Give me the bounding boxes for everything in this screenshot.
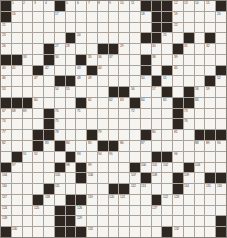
white-cell[interactable]: 70	[55, 109, 65, 119]
white-cell[interactable]: 102	[162, 163, 172, 173]
white-cell[interactable]	[141, 119, 151, 129]
white-cell[interactable]	[141, 195, 151, 205]
white-cell[interactable]	[33, 55, 43, 65]
white-cell[interactable]	[23, 173, 33, 183]
white-cell[interactable]	[119, 12, 129, 22]
white-cell[interactable]	[173, 216, 183, 226]
white-cell[interactable]: 66	[195, 98, 205, 108]
white-cell[interactable]	[130, 195, 140, 205]
white-cell[interactable]	[66, 23, 76, 33]
white-cell[interactable]	[98, 119, 108, 129]
white-cell[interactable]	[195, 195, 205, 205]
white-cell[interactable]	[33, 87, 43, 97]
white-cell[interactable]	[162, 109, 172, 119]
white-cell[interactable]: 25	[162, 33, 172, 43]
white-cell[interactable]: 113	[141, 184, 151, 194]
white-cell[interactable]	[109, 206, 119, 216]
white-cell[interactable]: 6	[76, 1, 86, 11]
white-cell[interactable]: 86	[119, 141, 129, 151]
white-cell[interactable]: 96	[173, 152, 183, 162]
white-cell[interactable]: 116	[216, 184, 226, 194]
white-cell[interactable]	[23, 119, 33, 129]
white-cell[interactable]	[12, 119, 22, 129]
white-cell[interactable]	[109, 173, 119, 183]
white-cell[interactable]	[205, 206, 215, 216]
white-cell[interactable]: 92	[33, 152, 43, 162]
white-cell[interactable]	[119, 152, 129, 162]
white-cell[interactable]: 77	[1, 130, 11, 140]
white-cell[interactable]	[12, 141, 22, 151]
white-cell[interactable]: 3	[33, 1, 43, 11]
white-cell[interactable]	[76, 23, 86, 33]
white-cell[interactable]: 111	[55, 184, 65, 194]
white-cell[interactable]: 84	[66, 141, 76, 151]
white-cell[interactable]	[173, 163, 183, 173]
white-cell[interactable]: 90	[216, 141, 226, 151]
white-cell[interactable]: 87	[141, 141, 151, 151]
white-cell[interactable]	[44, 76, 54, 86]
white-cell[interactable]: 39	[173, 55, 183, 65]
white-cell[interactable]	[76, 130, 86, 140]
white-cell[interactable]	[98, 227, 108, 237]
white-cell[interactable]: 124	[1, 206, 11, 216]
white-cell[interactable]: 131	[87, 227, 97, 237]
white-cell[interactable]	[12, 33, 22, 43]
white-cell[interactable]: 14	[195, 1, 205, 11]
white-cell[interactable]: 2	[23, 1, 33, 11]
white-cell[interactable]	[33, 109, 43, 119]
white-cell[interactable]: 57	[152, 87, 162, 97]
white-cell[interactable]	[184, 130, 194, 140]
white-cell[interactable]: 98	[66, 163, 76, 173]
white-cell[interactable]: 93	[76, 152, 86, 162]
white-cell[interactable]	[141, 227, 151, 237]
white-cell[interactable]: 85	[87, 141, 97, 151]
white-cell[interactable]	[109, 227, 119, 237]
white-cell[interactable]	[109, 130, 119, 140]
white-cell[interactable]	[12, 23, 22, 33]
white-cell[interactable]: 88	[195, 141, 205, 151]
white-cell[interactable]	[184, 152, 194, 162]
white-cell[interactable]	[23, 33, 33, 43]
white-cell[interactable]: 21	[1, 23, 11, 33]
white-cell[interactable]: 55	[66, 87, 76, 97]
white-cell[interactable]	[152, 119, 162, 129]
white-cell[interactable]	[66, 98, 76, 108]
white-cell[interactable]	[1, 152, 11, 162]
white-cell[interactable]: 52	[216, 76, 226, 86]
white-cell[interactable]	[195, 152, 205, 162]
white-cell[interactable]	[33, 184, 43, 194]
white-cell[interactable]	[55, 66, 65, 76]
white-cell[interactable]	[130, 33, 140, 43]
white-cell[interactable]: 101	[152, 163, 162, 173]
white-cell[interactable]: 50	[141, 76, 151, 86]
white-cell[interactable]	[23, 87, 33, 97]
white-cell[interactable]	[184, 206, 194, 216]
white-cell[interactable]	[98, 109, 108, 119]
white-cell[interactable]	[173, 87, 183, 97]
white-cell[interactable]	[98, 206, 108, 216]
white-cell[interactable]	[141, 206, 151, 216]
white-cell[interactable]	[195, 109, 205, 119]
white-cell[interactable]	[162, 55, 172, 65]
white-cell[interactable]: 18	[141, 12, 151, 22]
white-cell[interactable]	[44, 206, 54, 216]
white-cell[interactable]	[98, 76, 108, 86]
white-cell[interactable]: 99	[87, 163, 97, 173]
white-cell[interactable]	[205, 12, 215, 22]
white-cell[interactable]	[76, 87, 86, 97]
white-cell[interactable]	[55, 98, 65, 108]
white-cell[interactable]: 68	[12, 109, 22, 119]
white-cell[interactable]	[12, 216, 22, 226]
white-cell[interactable]	[205, 55, 215, 65]
white-cell[interactable]: 67	[1, 109, 11, 119]
white-cell[interactable]	[87, 152, 97, 162]
white-cell[interactable]	[12, 87, 22, 97]
white-cell[interactable]: 12	[173, 1, 183, 11]
white-cell[interactable]: 29	[119, 44, 129, 54]
white-cell[interactable]	[33, 12, 43, 22]
white-cell[interactable]	[109, 119, 119, 129]
white-cell[interactable]	[12, 206, 22, 216]
white-cell[interactable]	[141, 109, 151, 119]
white-cell[interactable]	[130, 66, 140, 76]
white-cell[interactable]	[205, 163, 215, 173]
white-cell[interactable]: 36	[98, 55, 108, 65]
white-cell[interactable]	[119, 206, 129, 216]
white-cell[interactable]: 91	[23, 152, 33, 162]
white-cell[interactable]	[66, 109, 76, 119]
white-cell[interactable]	[98, 163, 108, 173]
white-cell[interactable]	[87, 12, 97, 22]
white-cell[interactable]	[23, 141, 33, 151]
white-cell[interactable]	[33, 216, 43, 226]
white-cell[interactable]	[195, 33, 205, 43]
white-cell[interactable]: 54	[55, 87, 65, 97]
white-cell[interactable]: 42	[44, 66, 54, 76]
white-cell[interactable]: 114	[184, 184, 194, 194]
white-cell[interactable]: 79	[98, 130, 108, 140]
white-cell[interactable]	[55, 152, 65, 162]
white-cell[interactable]: 56	[130, 87, 140, 97]
white-cell[interactable]: 35	[87, 55, 97, 65]
white-cell[interactable]: 95	[109, 152, 119, 162]
white-cell[interactable]: 27	[55, 44, 65, 54]
white-cell[interactable]	[195, 55, 205, 65]
white-cell[interactable]	[205, 119, 215, 129]
white-cell[interactable]	[205, 23, 215, 33]
white-cell[interactable]	[33, 119, 43, 129]
white-cell[interactable]	[184, 66, 194, 76]
white-cell[interactable]	[109, 12, 119, 22]
white-cell[interactable]: 76	[184, 119, 194, 129]
white-cell[interactable]	[55, 195, 65, 205]
white-cell[interactable]: 40	[1, 66, 11, 76]
white-cell[interactable]	[66, 12, 76, 22]
white-cell[interactable]: 37	[109, 55, 119, 65]
white-cell[interactable]	[216, 98, 226, 108]
white-cell[interactable]	[162, 44, 172, 54]
white-cell[interactable]	[44, 152, 54, 162]
white-cell[interactable]	[141, 23, 151, 33]
white-cell[interactable]: 63	[119, 98, 129, 108]
white-cell[interactable]: 58	[195, 87, 205, 97]
white-cell[interactable]	[130, 216, 140, 226]
white-cell[interactable]	[195, 23, 205, 33]
white-cell[interactable]: 106	[87, 173, 97, 183]
white-cell[interactable]	[162, 173, 172, 183]
white-cell[interactable]	[184, 76, 194, 86]
white-cell[interactable]	[162, 130, 172, 140]
white-cell[interactable]	[87, 119, 97, 129]
white-cell[interactable]	[173, 141, 183, 151]
white-cell[interactable]: 44	[98, 66, 108, 76]
white-cell[interactable]: 30	[152, 44, 162, 54]
white-cell[interactable]	[87, 184, 97, 194]
white-cell[interactable]	[216, 33, 226, 43]
white-cell[interactable]: 51	[162, 76, 172, 86]
white-cell[interactable]	[130, 141, 140, 151]
white-cell[interactable]	[195, 76, 205, 86]
white-cell[interactable]	[119, 163, 129, 173]
white-cell[interactable]: 103	[195, 163, 205, 173]
white-cell[interactable]	[119, 76, 129, 86]
white-cell[interactable]	[216, 163, 226, 173]
white-cell[interactable]	[98, 33, 108, 43]
white-cell[interactable]: 80	[152, 130, 162, 140]
white-cell[interactable]	[184, 55, 194, 65]
white-cell[interactable]	[195, 44, 205, 54]
white-cell[interactable]	[44, 227, 54, 237]
white-cell[interactable]	[119, 216, 129, 226]
white-cell[interactable]: 127	[152, 206, 162, 216]
white-cell[interactable]	[33, 23, 43, 33]
white-cell[interactable]	[130, 23, 140, 33]
white-cell[interactable]	[162, 141, 172, 151]
white-cell[interactable]	[130, 206, 140, 216]
white-cell[interactable]	[205, 216, 215, 226]
white-cell[interactable]	[98, 173, 108, 183]
white-cell[interactable]	[23, 195, 33, 205]
white-cell[interactable]	[12, 130, 22, 140]
white-cell[interactable]	[23, 23, 33, 33]
white-cell[interactable]	[44, 33, 54, 43]
white-cell[interactable]	[184, 12, 194, 22]
white-cell[interactable]: 8	[98, 1, 108, 11]
white-cell[interactable]	[23, 76, 33, 86]
white-cell[interactable]	[98, 184, 108, 194]
white-cell[interactable]	[23, 184, 33, 194]
white-cell[interactable]: 125	[33, 206, 43, 216]
white-cell[interactable]	[216, 206, 226, 216]
white-cell[interactable]	[87, 216, 97, 226]
white-cell[interactable]	[216, 109, 226, 119]
white-cell[interactable]: 24	[76, 33, 86, 43]
white-cell[interactable]	[195, 12, 205, 22]
white-cell[interactable]: 20	[216, 12, 226, 22]
white-cell[interactable]	[44, 216, 54, 226]
white-cell[interactable]	[130, 44, 140, 54]
white-cell[interactable]: 73	[184, 109, 194, 119]
white-cell[interactable]	[184, 195, 194, 205]
white-cell[interactable]	[216, 23, 226, 33]
white-cell[interactable]	[23, 206, 33, 216]
white-cell[interactable]: 23	[1, 33, 11, 43]
white-cell[interactable]: 89	[205, 141, 215, 151]
white-cell[interactable]: 41	[12, 66, 22, 76]
white-cell[interactable]	[23, 216, 33, 226]
white-cell[interactable]: 34	[55, 55, 65, 65]
white-cell[interactable]: 100	[141, 163, 151, 173]
white-cell[interactable]	[119, 119, 129, 129]
white-cell[interactable]	[98, 98, 108, 108]
white-cell[interactable]	[76, 119, 86, 129]
white-cell[interactable]	[195, 173, 205, 183]
white-cell[interactable]: 71	[76, 109, 86, 119]
white-cell[interactable]	[98, 12, 108, 22]
white-cell[interactable]	[119, 66, 129, 76]
white-cell[interactable]: 19	[173, 12, 183, 22]
white-cell[interactable]	[87, 206, 97, 216]
white-cell[interactable]: 13	[184, 1, 194, 11]
white-cell[interactable]	[23, 130, 33, 140]
white-cell[interactable]	[44, 98, 54, 108]
white-cell[interactable]	[33, 173, 43, 183]
white-cell[interactable]: 110	[1, 184, 11, 194]
white-cell[interactable]: 132	[173, 227, 183, 237]
white-cell[interactable]	[109, 163, 119, 173]
white-cell[interactable]: 117	[1, 195, 11, 205]
white-cell[interactable]: 119	[87, 195, 97, 205]
white-cell[interactable]: 16	[12, 12, 22, 22]
white-cell[interactable]	[216, 119, 226, 129]
white-cell[interactable]	[12, 76, 22, 86]
white-cell[interactable]	[152, 227, 162, 237]
white-cell[interactable]: 5	[66, 1, 76, 11]
white-cell[interactable]: 104	[1, 173, 11, 183]
white-cell[interactable]	[141, 44, 151, 54]
white-cell[interactable]: 81	[173, 130, 183, 140]
white-cell[interactable]	[152, 216, 162, 226]
white-cell[interactable]	[152, 109, 162, 119]
white-cell[interactable]: 26	[1, 44, 11, 54]
white-cell[interactable]: 109	[184, 173, 194, 183]
white-cell[interactable]: 108	[152, 173, 162, 183]
white-cell[interactable]	[195, 184, 205, 194]
white-cell[interactable]	[162, 216, 172, 226]
white-cell[interactable]: 60	[33, 98, 43, 108]
white-cell[interactable]	[87, 44, 97, 54]
white-cell[interactable]	[152, 66, 162, 76]
white-cell[interactable]	[195, 66, 205, 76]
white-cell[interactable]: 22	[173, 23, 183, 33]
white-cell[interactable]	[216, 87, 226, 97]
white-cell[interactable]: 10	[119, 1, 129, 11]
white-cell[interactable]: 129	[76, 216, 86, 226]
white-cell[interactable]	[33, 33, 43, 43]
white-cell[interactable]	[195, 119, 205, 129]
white-cell[interactable]: 105	[55, 173, 65, 183]
white-cell[interactable]: 43	[76, 66, 86, 76]
white-cell[interactable]: 61	[87, 98, 97, 108]
white-cell[interactable]	[130, 55, 140, 65]
white-cell[interactable]: 78	[55, 130, 65, 140]
white-cell[interactable]: 59	[205, 87, 215, 97]
white-cell[interactable]	[66, 130, 76, 140]
white-cell[interactable]	[130, 227, 140, 237]
white-cell[interactable]	[173, 76, 183, 86]
white-cell[interactable]	[216, 55, 226, 65]
white-cell[interactable]	[119, 227, 129, 237]
white-cell[interactable]	[205, 66, 215, 76]
white-cell[interactable]: 7	[87, 1, 97, 11]
white-cell[interactable]: 69	[23, 109, 33, 119]
white-cell[interactable]	[109, 109, 119, 119]
white-cell[interactable]: 53	[1, 87, 11, 97]
white-cell[interactable]	[152, 141, 162, 151]
white-cell[interactable]: 65	[162, 98, 172, 108]
white-cell[interactable]	[130, 119, 140, 129]
white-cell[interactable]	[119, 55, 129, 65]
white-cell[interactable]	[130, 152, 140, 162]
white-cell[interactable]	[23, 12, 33, 22]
white-cell[interactable]	[119, 109, 129, 119]
white-cell[interactable]	[33, 163, 43, 173]
white-cell[interactable]: 123	[173, 195, 183, 205]
white-cell[interactable]: 115	[205, 184, 215, 194]
white-cell[interactable]: 122	[162, 195, 172, 205]
white-cell[interactable]	[130, 12, 140, 22]
white-cell[interactable]	[109, 76, 119, 86]
white-cell[interactable]: 126	[76, 206, 86, 216]
white-cell[interactable]	[195, 216, 205, 226]
white-cell[interactable]	[109, 33, 119, 43]
white-cell[interactable]: 107	[130, 173, 140, 183]
white-cell[interactable]	[23, 44, 33, 54]
white-cell[interactable]	[98, 87, 108, 97]
white-cell[interactable]	[195, 227, 205, 237]
white-cell[interactable]: 83	[44, 141, 54, 151]
white-cell[interactable]: 15	[205, 1, 215, 11]
white-cell[interactable]	[12, 44, 22, 54]
white-cell[interactable]: 94	[98, 152, 108, 162]
white-cell[interactable]: 112	[130, 184, 140, 194]
white-cell[interactable]	[87, 33, 97, 43]
white-cell[interactable]	[66, 184, 76, 194]
white-cell[interactable]	[141, 152, 151, 162]
white-cell[interactable]	[184, 141, 194, 151]
white-cell[interactable]	[66, 119, 76, 129]
white-cell[interactable]: 4	[44, 1, 54, 11]
white-cell[interactable]	[87, 87, 97, 97]
white-cell[interactable]	[141, 87, 151, 97]
white-cell[interactable]: 46	[1, 76, 11, 86]
white-cell[interactable]	[76, 12, 86, 22]
white-cell[interactable]	[44, 12, 54, 22]
white-cell[interactable]: 62	[109, 98, 119, 108]
white-cell[interactable]: 49	[87, 76, 97, 86]
white-cell[interactable]	[152, 98, 162, 108]
white-cell[interactable]	[23, 163, 33, 173]
white-cell[interactable]: 9	[109, 1, 119, 11]
white-cell[interactable]: 1	[12, 1, 22, 11]
white-cell[interactable]: 31	[184, 44, 194, 54]
white-cell[interactable]	[98, 195, 108, 205]
white-cell[interactable]: 128	[1, 216, 11, 226]
white-cell[interactable]	[12, 173, 22, 183]
